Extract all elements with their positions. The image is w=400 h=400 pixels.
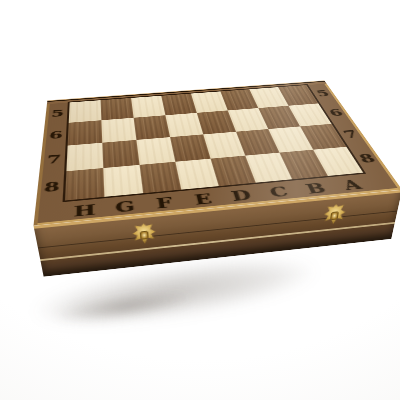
rank-label-6: 6 — [42, 123, 69, 148]
square-f5 — [131, 96, 165, 118]
brass-clasp-icon — [323, 203, 347, 225]
square-h7 — [66, 143, 103, 172]
square-f8 — [140, 162, 182, 193]
brass-clasp-icon — [132, 222, 156, 244]
rank-label-8: 8 — [36, 171, 66, 203]
square-g5 — [101, 98, 134, 120]
square-h8 — [65, 168, 104, 200]
square-g6 — [101, 118, 136, 143]
rank-label-5: 5 — [45, 102, 70, 124]
square-f7 — [136, 137, 175, 165]
square-h5 — [69, 100, 102, 123]
square-f6 — [134, 115, 170, 140]
square-h6 — [68, 120, 103, 145]
square-g8 — [103, 165, 143, 197]
rank-label-7: 7 — [39, 146, 67, 174]
square-g7 — [102, 140, 139, 168]
